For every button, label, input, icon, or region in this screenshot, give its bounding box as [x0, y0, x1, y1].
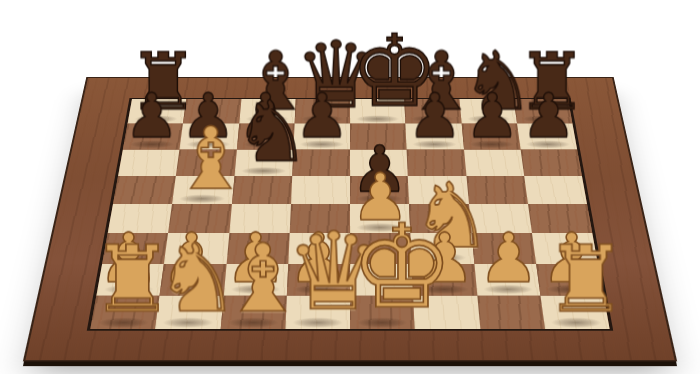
black-pawn-g7[interactable]: ♟ [463, 86, 520, 147]
square-d5[interactable] [291, 176, 350, 204]
black-pawn-h7[interactable]: ♟ [520, 86, 577, 147]
chessboard-photo-stage: ♜♝♛♚♝♞♜♟♟♟♟♟♟♟♞♝♟♟♞♟♟♟♟♟♟♟♜♞♝♛♚♜ [0, 0, 700, 374]
white-bishop-b5[interactable]: ♝ [173, 115, 232, 201]
white-queen-d1[interactable]: ♛ [285, 218, 350, 325]
black-pawn-f7[interactable]: ♟ [407, 86, 464, 147]
white-rook-h1[interactable]: ♜ [544, 234, 609, 326]
square-e8[interactable]: ♚ [350, 99, 406, 124]
board-grid: ♜♝♛♚♝♞♜♟♟♟♟♟♟♟♞♝♟♟♞♟♟♟♟♟♟♟♜♞♝♛♚♜ [87, 98, 613, 331]
square-h1[interactable]: ♜ [540, 296, 609, 329]
black-king-e8[interactable]: ♚ [350, 22, 405, 121]
square-f7[interactable]: ♟ [406, 124, 464, 150]
square-e1[interactable]: ♚ [350, 296, 415, 329]
white-rook-a1[interactable]: ♜ [91, 234, 156, 326]
square-b1[interactable]: ♞ [155, 296, 223, 329]
square-h6[interactable] [520, 149, 582, 176]
square-g7[interactable]: ♟ [461, 124, 520, 150]
square-b5[interactable]: ♝ [172, 176, 234, 204]
square-d1[interactable]: ♛ [285, 296, 350, 329]
white-knight-b1[interactable]: ♞ [156, 232, 221, 326]
white-pawn-g2[interactable]: ♟ [476, 224, 539, 292]
square-a5[interactable] [113, 176, 176, 204]
square-a6[interactable] [118, 149, 180, 176]
square-h5[interactable] [524, 176, 587, 204]
perspective-scene: ♜♝♛♚♝♞♜♟♟♟♟♟♟♟♞♝♟♟♞♟♟♟♟♟♟♟♜♞♝♛♚♜ [0, 0, 700, 374]
white-bishop-c1[interactable]: ♝ [220, 232, 285, 326]
square-g1[interactable] [477, 296, 545, 329]
square-c1[interactable]: ♝ [220, 296, 286, 329]
board-frame: ♜♝♛♚♝♞♜♟♟♟♟♟♟♟♞♝♟♟♞♟♟♟♟♟♟♟♜♞♝♛♚♜ [23, 77, 677, 361]
square-h7[interactable]: ♟ [517, 124, 577, 150]
square-a1[interactable]: ♜ [90, 296, 159, 329]
square-g2[interactable]: ♟ [474, 264, 540, 296]
white-king-e1[interactable]: ♚ [350, 210, 415, 326]
